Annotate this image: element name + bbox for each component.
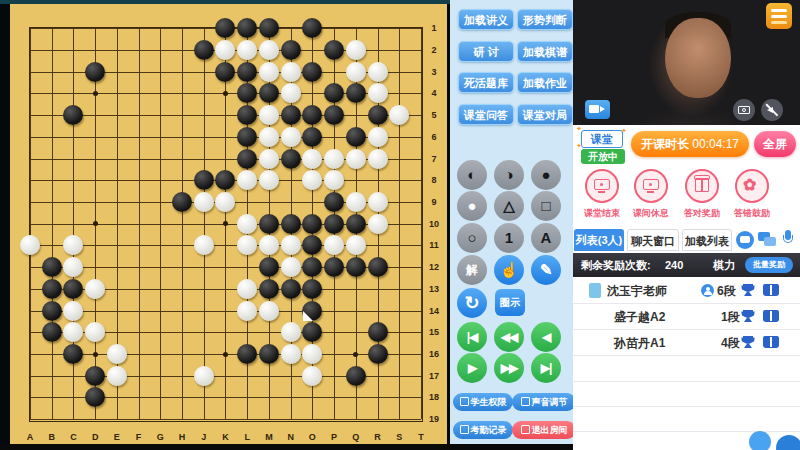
class-open-status-badge: 开放中 — [581, 149, 625, 164]
row-label: 15 — [426, 327, 442, 337]
column-label: L — [239, 432, 255, 442]
trophy-icon[interactable] — [741, 335, 755, 350]
nav-first-icon[interactable]: |◀ — [457, 322, 487, 352]
member-name: 盛子越A2 — [614, 309, 665, 326]
rewards-label: 剩余奖励次数: — [581, 253, 651, 277]
speaker-icon — [521, 397, 530, 406]
black-stone — [85, 366, 105, 386]
webcam-video — [573, 0, 800, 125]
teacher-control-panel: 加载讲义 形势判断 研 讨 加载棋谱 死活题库 加载作业 课堂问答 课堂对局 ◐… — [450, 0, 573, 450]
black-stone — [368, 344, 388, 364]
black-stone — [85, 62, 105, 82]
member-name: 沈玉宇老师 — [607, 283, 667, 300]
camera-switch-icon[interactable] — [585, 100, 610, 119]
white-stone — [368, 127, 388, 147]
black-stone — [346, 214, 366, 234]
timer-label: 开课时长 — [641, 137, 689, 151]
black-stone — [42, 322, 62, 342]
white-stone — [368, 192, 388, 212]
row-label: 5 — [426, 110, 442, 120]
bottom-strip — [0, 444, 573, 450]
black-stone — [259, 18, 279, 38]
action-label: 答错鼓励 — [728, 207, 776, 220]
column-label: M — [261, 432, 277, 442]
circle-marker-icon[interactable]: ○ — [457, 223, 487, 253]
white-stone — [259, 105, 279, 125]
white-stone — [259, 149, 279, 169]
black-stone — [281, 279, 301, 299]
black-stone — [302, 62, 322, 82]
black-stone — [172, 192, 192, 212]
column-label: T — [413, 432, 429, 442]
discuss-button[interactable]: 研 讨 — [458, 41, 514, 62]
square-marker-icon[interactable]: □ — [531, 191, 561, 221]
white-stone — [237, 214, 257, 234]
nav-fast-back-icon[interactable]: ◀◀ — [494, 322, 524, 352]
pointer-hand-icon[interactable]: ☝ — [494, 255, 524, 285]
black-stone — [237, 127, 257, 147]
avatar — [589, 283, 601, 298]
column-label: J — [196, 432, 212, 442]
calendar-icon — [460, 425, 469, 434]
white-stone — [368, 149, 388, 169]
column-label: Q — [348, 432, 364, 442]
star-point — [223, 352, 228, 357]
black-stone — [42, 279, 62, 299]
black-stone — [281, 105, 301, 125]
white-stone — [346, 149, 366, 169]
letter-marker-icon[interactable]: A — [531, 223, 561, 253]
star-point — [223, 91, 228, 96]
volume-adjust-button[interactable]: 声音调节 — [512, 393, 576, 411]
monitor-icon — [643, 179, 659, 190]
white-stone — [368, 214, 388, 234]
brand-logo — [766, 3, 792, 29]
member-rank: 6段 — [717, 283, 736, 300]
white-stone — [237, 40, 257, 60]
star-point — [93, 91, 98, 96]
white-stone-icon[interactable]: ● — [457, 191, 487, 221]
column-label: K — [217, 432, 233, 442]
white-stone — [346, 40, 366, 60]
triangle-marker-icon[interactable]: △ — [494, 191, 524, 221]
column-label: E — [109, 432, 125, 442]
member-rank: 4段 — [721, 335, 740, 352]
white-stone — [281, 83, 301, 103]
member-row-teacher[interactable]: 沈玉宇老师 6段 — [573, 278, 800, 304]
stone-alternate-white-icon[interactable]: ◑ — [494, 160, 524, 190]
batch-reward-button[interactable]: 批量奖励 — [745, 257, 793, 273]
black-stone — [346, 127, 366, 147]
classroom-side-panel: 课堂 ✦ ✦ ✦ 开放中 开课时长 00:04:17 全屏 ✿ 课堂结束 课间休… — [573, 125, 800, 450]
row-label: 13 — [426, 284, 442, 294]
black-stone — [259, 257, 279, 277]
white-stone — [259, 62, 279, 82]
book-icon[interactable] — [763, 336, 779, 348]
column-label: D — [87, 432, 103, 442]
member-row[interactable]: 盛子越A2 1段 — [573, 304, 800, 330]
black-stone — [346, 366, 366, 386]
sparkle-icon: ✦ — [621, 127, 627, 135]
black-stone — [368, 322, 388, 342]
student-permission-button[interactable]: 学生权限 — [453, 393, 513, 411]
class-qa-button[interactable]: 课堂问答 — [458, 104, 514, 125]
rewards-value: 240 — [665, 253, 683, 277]
column-label: O — [304, 432, 320, 442]
black-stone — [237, 149, 257, 169]
list-separator — [573, 406, 800, 407]
white-stone — [324, 149, 344, 169]
tab-load-list[interactable]: 加载列表 — [682, 229, 732, 251]
white-stone — [281, 344, 301, 364]
row-label: 2 — [426, 45, 442, 55]
emoji-button[interactable] — [749, 431, 771, 450]
black-stone — [324, 214, 344, 234]
member-row[interactable]: 孙苗丹A1 4段 — [573, 330, 800, 356]
white-stone — [63, 301, 83, 321]
column-label: H — [174, 432, 190, 442]
black-stone — [281, 149, 301, 169]
mute-speaker-icon[interactable] — [761, 99, 783, 121]
row-label: 1 — [426, 23, 442, 33]
row-label: 6 — [426, 132, 442, 142]
white-stone — [85, 279, 105, 299]
row-label: 10 — [426, 219, 442, 229]
black-stone — [324, 40, 344, 60]
sticker-button[interactable] — [776, 435, 800, 450]
white-stone — [259, 40, 279, 60]
white-stone — [281, 62, 301, 82]
row-label: 16 — [426, 349, 442, 359]
class-game-button[interactable]: 课堂对局 — [517, 104, 573, 125]
white-stone — [237, 279, 257, 299]
black-stone — [42, 257, 62, 277]
black-stone — [259, 344, 279, 364]
correct-reward-button[interactable] — [685, 169, 719, 203]
tab-member-list[interactable]: 列表(3人) — [574, 229, 624, 251]
black-stone — [368, 105, 388, 125]
row-label: 7 — [426, 154, 442, 164]
demo-circle-button[interactable]: 圈示 — [495, 289, 525, 316]
webcam-face — [665, 18, 731, 98]
permission-icon — [460, 397, 469, 406]
load-kifu-button[interactable]: 加载棋谱 — [517, 41, 573, 62]
fullscreen-button[interactable]: 全屏 — [754, 131, 796, 157]
white-stone — [302, 149, 322, 169]
list-separator — [573, 381, 800, 382]
column-label: A — [22, 432, 38, 442]
black-stone — [259, 214, 279, 234]
column-label: N — [283, 432, 299, 442]
last-move-stone — [302, 301, 322, 321]
black-stone — [281, 214, 301, 234]
black-stone — [302, 214, 322, 234]
row-label: 11 — [426, 240, 442, 250]
row-label: 17 — [426, 371, 442, 381]
white-stone — [346, 192, 366, 212]
white-stone — [194, 366, 214, 386]
go-classroom-app: ABCDEFGHJKLMNOPQRST123456789101112131415… — [0, 0, 800, 450]
white-stone — [368, 83, 388, 103]
action-label: 课间休息 — [627, 207, 675, 220]
book-icon[interactable] — [763, 310, 779, 322]
class-timer: 开课时长 00:04:17 — [631, 131, 749, 157]
row-label: 3 — [426, 67, 442, 77]
nav-fast-forward-icon[interactable]: ▶▶ — [494, 353, 524, 383]
monitor-icon — [594, 179, 610, 190]
row-label: 18 — [426, 392, 442, 402]
exit-room-button[interactable]: 退出房间 — [512, 421, 576, 439]
row-label: 12 — [426, 262, 442, 272]
white-stone — [107, 344, 127, 364]
white-stone — [281, 127, 301, 147]
black-stone — [281, 40, 301, 60]
column-label: B — [44, 432, 60, 442]
class-end-button[interactable] — [585, 169, 619, 203]
sparkle-icon: ✦ — [576, 125, 582, 133]
white-stone — [237, 301, 257, 321]
gift-icon — [695, 178, 709, 192]
white-stone — [281, 322, 301, 342]
person-badge-icon — [701, 284, 714, 297]
chat-bubble-icon[interactable] — [736, 231, 754, 249]
row-label: 4 — [426, 88, 442, 98]
rosette-icon: ✿ — [743, 175, 756, 194]
column-label: C — [65, 432, 81, 442]
row-label: 9 — [426, 197, 442, 207]
refresh-icon[interactable]: ↻ — [457, 288, 487, 318]
black-stone — [42, 301, 62, 321]
black-stone — [194, 40, 214, 60]
action-label: 答对奖励 — [678, 207, 726, 220]
timer-value: 00:04:17 — [692, 137, 739, 151]
column-label: S — [391, 432, 407, 442]
black-stone — [194, 170, 214, 190]
go-board[interactable]: ABCDEFGHJKLMNOPQRST123456789101112131415… — [0, 0, 450, 450]
black-stone — [259, 279, 279, 299]
action-label: 课堂结束 — [578, 207, 626, 220]
column-label: P — [326, 432, 342, 442]
tab-chat-window[interactable]: 聊天窗口 — [627, 229, 679, 251]
load-lecture-button[interactable]: 加载讲义 — [458, 9, 514, 30]
class-break-button[interactable] — [634, 169, 668, 203]
black-stone — [237, 62, 257, 82]
answer-tool-icon[interactable]: 解 — [457, 255, 487, 285]
camera-icon[interactable] — [733, 99, 755, 121]
number-marker-icon[interactable]: 1 — [494, 223, 524, 253]
column-label: G — [152, 432, 168, 442]
paint-brush-icon[interactable]: ✎ — [531, 255, 561, 285]
last-move-marker — [303, 311, 313, 321]
member-rank: 1段 — [721, 309, 740, 326]
member-name: 孙苗丹A1 — [614, 335, 665, 352]
class-badge: 课堂 — [581, 130, 623, 148]
microphone-icon[interactable] — [781, 230, 795, 248]
star-point — [353, 352, 358, 357]
black-stone-icon[interactable]: ● — [531, 160, 561, 190]
black-stone — [346, 257, 366, 277]
black-stone — [368, 257, 388, 277]
white-stone — [281, 235, 301, 255]
star-point — [93, 352, 98, 357]
load-homework-button[interactable]: 加载作业 — [517, 72, 573, 93]
black-stone — [215, 62, 235, 82]
life-death-button[interactable]: 死活题库 — [458, 72, 514, 93]
trophy-icon[interactable] — [741, 283, 755, 298]
row-label: 14 — [426, 306, 442, 316]
position-judge-button[interactable]: 形势判断 — [517, 9, 573, 30]
white-stone — [107, 366, 127, 386]
stone-alternate-black-icon[interactable]: ◐ — [457, 160, 487, 190]
white-stone — [368, 62, 388, 82]
wrong-encourage-button[interactable]: ✿ — [735, 169, 769, 203]
white-stone — [302, 366, 322, 386]
nav-forward-icon[interactable]: ▶ — [457, 353, 487, 383]
white-stone — [259, 127, 279, 147]
row-label: 19 — [426, 414, 442, 424]
white-stone — [281, 257, 301, 277]
black-stone — [324, 192, 344, 212]
strength-label: 棋力 — [713, 253, 735, 277]
nav-last-icon[interactable]: ▶| — [531, 353, 561, 383]
book-icon[interactable] — [763, 284, 779, 296]
attendance-record-button[interactable]: 考勤记录 — [453, 421, 513, 439]
white-stone — [259, 301, 279, 321]
white-stone — [194, 192, 214, 212]
rewards-bar: 剩余奖励次数: 240 棋力 批量奖励 — [573, 253, 800, 277]
nav-back-icon[interactable]: ◀ — [531, 322, 561, 352]
exit-icon — [521, 425, 530, 434]
trophy-icon[interactable] — [741, 309, 755, 324]
column-label: F — [131, 432, 147, 442]
column-label: R — [370, 432, 386, 442]
star-point — [93, 221, 98, 226]
row-label: 8 — [426, 175, 442, 185]
white-stone — [346, 62, 366, 82]
chat-messages-icon[interactable] — [758, 231, 776, 247]
